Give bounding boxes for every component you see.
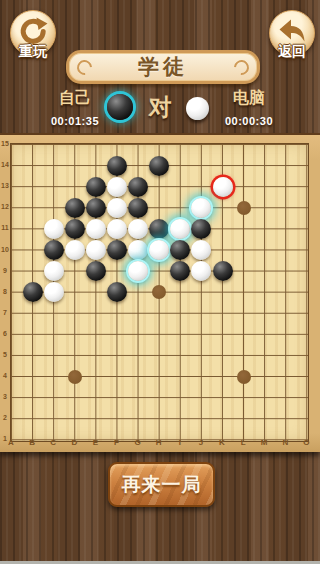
row-label-9: 9 (0, 267, 10, 274)
return-label: 返回 (278, 43, 306, 61)
black-stone-I9: ● (170, 261, 190, 281)
level-title: 学徒 (138, 53, 188, 81)
vs-label: 对 (145, 92, 175, 123)
white-stone-J12: ○ (191, 198, 211, 218)
col-label-L: L (237, 438, 249, 447)
white-stone-I11: ○ (170, 219, 190, 239)
player-self-black-stone-icon (107, 94, 133, 120)
white-stone-D10: ○ (65, 240, 85, 260)
row-label-7: 7 (0, 309, 10, 316)
board-grid[interactable]: ●●●○●○●●○●○○●○○○●○●●○○●○○●○○●○●○●●○● (11, 144, 308, 441)
star-point-L4 (237, 370, 251, 384)
game-screen: 重玩 返回 学徒 自己 00:01:35 对 电脑 00:00:30 ●●●○●… (0, 0, 320, 564)
row-label-5: 5 (0, 351, 10, 358)
player-computer-white-stone-icon (186, 97, 209, 120)
banner-ornament-right-icon (231, 57, 252, 78)
black-stone-F8: ● (107, 282, 127, 302)
row-label-14: 14 (0, 161, 10, 168)
white-stone-H10: ○ (149, 240, 169, 260)
black-stone-F10: ● (107, 240, 127, 260)
white-stone-J10: ○ (191, 240, 211, 260)
col-label-C: C (47, 438, 59, 447)
white-stone-J9: ○ (191, 261, 211, 281)
row-label-4: 4 (0, 372, 10, 379)
white-stone-C8: ○ (44, 282, 64, 302)
black-stone-E9: ● (86, 261, 106, 281)
white-stone-F13: ○ (107, 177, 127, 197)
black-stone-H14: ● (149, 156, 169, 176)
col-label-A: A (5, 438, 17, 447)
level-banner: 学徒 (66, 50, 260, 84)
star-point-L12 (237, 201, 251, 215)
black-stone-G13: ● (128, 177, 148, 197)
player-self-panel: 自己 00:01:35 (40, 88, 110, 127)
gomoku-board: ●●●○●○●●○●○○●○○○●○●●○○●○○●○○●○●○●●○● 151… (0, 133, 320, 452)
play-again-label: 再来一局 (122, 472, 202, 498)
col-label-K: K (216, 438, 228, 447)
black-stone-B8: ● (23, 282, 43, 302)
white-stone-G11: ○ (128, 219, 148, 239)
black-stone-D12: ● (65, 198, 85, 218)
black-stone-C10: ● (44, 240, 64, 260)
player-self-name: 自己 (40, 88, 110, 109)
col-label-O: O (300, 438, 312, 447)
black-stone-E12: ● (86, 198, 106, 218)
white-stone-F12: ○ (107, 198, 127, 218)
black-stone-D11: ● (65, 219, 85, 239)
col-label-F: F (111, 438, 123, 447)
col-label-J: J (195, 438, 207, 447)
col-label-I: I (174, 438, 186, 447)
black-stone-J11: ● (191, 219, 211, 239)
return-button[interactable]: 返回 (269, 10, 315, 56)
col-label-G: G (132, 438, 144, 447)
player-computer-name: 电脑 (214, 88, 284, 109)
col-label-M: M (258, 438, 270, 447)
white-stone-E11: ○ (86, 219, 106, 239)
row-label-3: 3 (0, 393, 10, 400)
white-stone-F11: ○ (107, 219, 127, 239)
col-label-H: H (153, 438, 165, 447)
play-again-button[interactable]: 再来一局 (108, 462, 215, 507)
replay-label: 重玩 (19, 43, 47, 61)
col-label-N: N (279, 438, 291, 447)
replay-button[interactable]: 重玩 (10, 10, 56, 56)
col-label-D: D (68, 438, 80, 447)
col-label-E: E (89, 438, 101, 447)
row-label-15: 15 (0, 140, 10, 147)
row-label-13: 13 (0, 182, 10, 189)
white-stone-C9: ○ (44, 261, 64, 281)
star-point-D4 (68, 370, 82, 384)
row-label-11: 11 (0, 224, 10, 231)
player-self-timer: 00:01:35 (40, 115, 110, 127)
row-label-2: 2 (0, 414, 10, 421)
black-stone-G12: ● (128, 198, 148, 218)
star-point-H8 (152, 285, 166, 299)
black-stone-H11: ● (149, 219, 169, 239)
black-stone-E13: ● (86, 177, 106, 197)
banner-ornament-left-icon (74, 57, 95, 78)
white-stone-K13: ○ (213, 177, 233, 197)
row-label-6: 6 (0, 330, 10, 337)
white-stone-C11: ○ (44, 219, 64, 239)
col-label-B: B (26, 438, 38, 447)
white-stone-G9: ○ (128, 261, 148, 281)
player-computer-panel: 电脑 00:00:30 (214, 88, 284, 127)
white-stone-E10: ○ (86, 240, 106, 260)
black-stone-F14: ● (107, 156, 127, 176)
player-computer-timer: 00:00:30 (214, 115, 284, 127)
black-stone-K9: ● (213, 261, 233, 281)
row-label-12: 12 (0, 203, 10, 210)
black-stone-I10: ● (170, 240, 190, 260)
row-label-8: 8 (0, 288, 10, 295)
row-label-10: 10 (0, 246, 10, 253)
white-stone-G10: ○ (128, 240, 148, 260)
